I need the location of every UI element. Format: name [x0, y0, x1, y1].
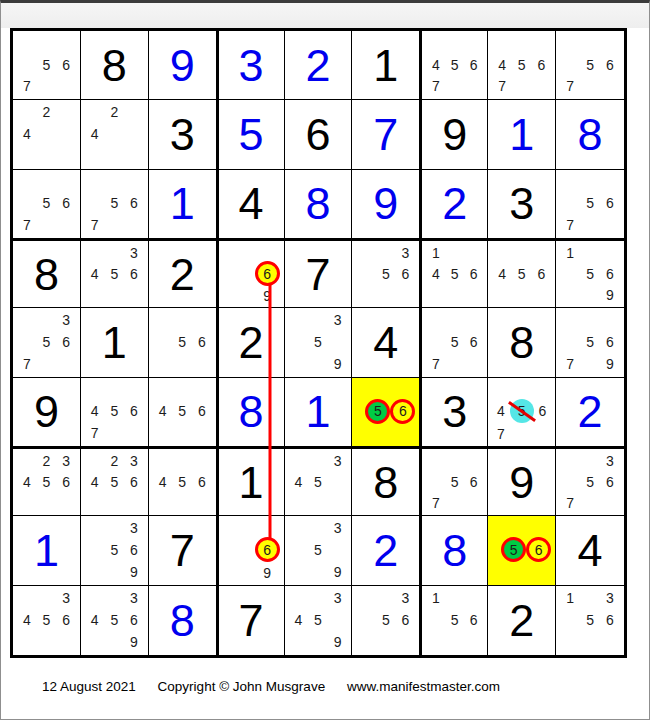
candidate-6[interactable]: 6 [600, 54, 620, 76]
candidate-6[interactable]: 6 [464, 263, 483, 284]
candidate-5[interactable]: 5 [172, 400, 192, 422]
candidate-7[interactable]: 7 [17, 76, 37, 98]
candidate-6[interactable]: 6 [396, 263, 416, 284]
cell-r1c5[interactable]: 2 [285, 31, 353, 100]
given-digit: 8 [13, 241, 80, 307]
given-digit: 9 [422, 100, 487, 168]
candidate-4[interactable]: 4 [289, 471, 309, 492]
cell-r9c1[interactable]: 3456 [13, 586, 81, 655]
candidate-5[interactable]: 5 [580, 263, 600, 284]
cell-r2c3[interactable]: 3 [149, 100, 217, 169]
candidate-grid: 23456 [85, 450, 144, 513]
candidate-6[interactable]: 6 [534, 399, 551, 423]
candidate-6[interactable]: 6 [464, 54, 483, 76]
cell-r5c6[interactable]: 4 [352, 308, 420, 377]
cell-r2c4[interactable]: 5 [217, 100, 285, 169]
cell-r5c3[interactable]: 56 [149, 308, 217, 377]
cell-r5c1[interactable]: 3567 [13, 308, 81, 377]
candidate-5[interactable]: 5 [37, 609, 57, 631]
entered-digit: 2 [556, 378, 624, 446]
cell-r6c9[interactable]: 2 [556, 378, 624, 447]
candidate-6[interactable]: 6 [124, 192, 144, 214]
candidate-5[interactable]: 5 [105, 263, 125, 284]
cell-r4c4[interactable]: 69 [217, 239, 285, 308]
given-digit: 2 [488, 586, 555, 655]
candidate-6[interactable]: 6 [600, 471, 620, 492]
cell-r5c4[interactable]: 2 [217, 308, 285, 377]
candidate-5[interactable]: 5 [580, 54, 600, 76]
candidate-4[interactable]: 4 [426, 263, 445, 284]
entered-digit: 2 [285, 31, 352, 99]
given-digit: 3 [149, 100, 216, 168]
candidate-4[interactable]: 4 [85, 263, 105, 284]
entered-digit: 7 [352, 100, 419, 168]
given-digit: 1 [81, 308, 148, 376]
entered-digit: 8 [285, 170, 352, 238]
candidate-7[interactable]: 7 [560, 492, 580, 513]
candidate-grid: 1356 [560, 587, 620, 653]
candidate-4[interactable]: 4 [153, 471, 173, 492]
candidate-6[interactable]: 6 [192, 471, 212, 492]
candidate-6[interactable]: 6 [531, 263, 551, 284]
cell-r6c7[interactable]: 3 [420, 378, 488, 447]
entered-digit: 1 [149, 170, 216, 238]
candidate-5[interactable]: 5 [580, 471, 600, 492]
candidate-5[interactable]: 5 [580, 609, 600, 631]
candidate-grid: 359 [289, 517, 348, 582]
candidate-6[interactable]: 6 [56, 331, 76, 353]
candidate-grid: 24 [17, 101, 76, 166]
candidate-5[interactable]: 5 [37, 192, 57, 214]
given-digit: 8 [81, 31, 148, 99]
cell-r8c9[interactable]: 4 [556, 516, 624, 585]
candidate-5[interactable]: 5 [580, 192, 600, 214]
cell-r9c3[interactable]: 8 [149, 586, 217, 655]
cell-r9c4[interactable]: 7 [217, 586, 285, 655]
entered-digit: 1 [13, 516, 80, 584]
candidate-4[interactable]: 4 [426, 54, 445, 76]
candidate-5[interactable]: 5 [445, 609, 464, 631]
candidate-3[interactable]: 3 [124, 517, 144, 539]
candidate-2[interactable]: 2 [37, 450, 57, 471]
candidate-grid: 3567 [17, 309, 76, 374]
cell-r1c6[interactable]: 1 [352, 31, 420, 100]
candidate-6[interactable]: 6 [192, 400, 212, 422]
cell-r2c7[interactable]: 9 [420, 100, 488, 169]
candidate-5[interactable]: 5 [512, 263, 532, 284]
candidate-6[interactable]: 6 [124, 539, 144, 561]
candidate-1[interactable]: 1 [426, 242, 445, 263]
chain-line [269, 277, 272, 553]
candidate-grid: 456 [492, 242, 551, 305]
candidate-grid: 345 [289, 450, 348, 513]
cell-r6c3[interactable]: 456 [149, 378, 217, 447]
candidate-6[interactable]: 6 [464, 471, 483, 492]
candidate-7[interactable]: 7 [492, 423, 509, 444]
entered-digit: 5 [219, 100, 284, 168]
cell-r7c9[interactable]: 3567 [556, 447, 624, 516]
candidate-5[interactable]: 5 [308, 471, 328, 492]
cell-r9c7[interactable]: 156 [420, 586, 488, 655]
cell-r3c3[interactable]: 1 [149, 170, 217, 239]
candidate-grid: 567 [560, 171, 620, 236]
cell-r1c9[interactable]: 567 [556, 31, 624, 100]
cell-r8c5[interactable]: 359 [285, 516, 353, 585]
cell-r7c8[interactable]: 9 [488, 447, 556, 516]
candidate-5[interactable]: 5 [105, 192, 125, 214]
candidate-6-open-ring[interactable]: 6 [526, 537, 551, 562]
candidate-grid: 456 [153, 450, 212, 513]
candidate-4[interactable]: 4 [17, 471, 37, 492]
candidate-5-cyan-slash[interactable]: 5 [510, 399, 534, 423]
candidate-9[interactable]: 9 [328, 631, 348, 653]
candidate-5[interactable]: 5 [105, 609, 125, 631]
candidate-grid: 56 [356, 379, 415, 444]
cell-r9c8[interactable]: 2 [488, 586, 556, 655]
candidate-7[interactable]: 7 [85, 214, 105, 236]
given-digit: 9 [488, 449, 555, 515]
given-digit: 8 [488, 308, 555, 376]
sudoku-board[interactable]: 5678932145674567567242435679185675671489… [10, 28, 627, 658]
candidate-grid: 3456 [85, 242, 144, 305]
cell-r4c7[interactable]: 1456 [420, 239, 488, 308]
candidate-5[interactable]: 5 [580, 331, 600, 353]
candidate-4[interactable]: 4 [17, 123, 37, 145]
cell-r8c6[interactable]: 2 [352, 516, 420, 585]
candidate-grid: 567 [426, 309, 483, 374]
candidate-grid: 3567 [560, 450, 620, 513]
candidate-grid: 567 [17, 171, 76, 236]
cell-r6c4[interactable]: 8 [217, 378, 285, 447]
given-digit: 4 [352, 308, 419, 376]
given-digit: 8 [352, 449, 419, 515]
candidate-9[interactable]: 9 [600, 284, 620, 305]
candidate-9[interactable]: 9 [328, 353, 348, 375]
footer-date: 12 August 2021 [42, 679, 136, 694]
candidate-5[interactable]: 5 [37, 331, 57, 353]
cell-r3c1[interactable]: 567 [13, 170, 81, 239]
candidate-grid: 3569 [85, 517, 144, 582]
cell-r3c9[interactable]: 567 [556, 170, 624, 239]
candidate-9[interactable]: 9 [124, 561, 144, 583]
cell-r4c8[interactable]: 456 [488, 239, 556, 308]
given-digit: 1 [352, 31, 419, 99]
candidate-5[interactable]: 5 [308, 331, 328, 353]
candidate-grid: 1456 [426, 242, 483, 305]
footer-copyright: Copyright © John Musgrave [158, 679, 326, 694]
candidate-5-green-ring[interactable]: 5 [501, 537, 526, 562]
candidate-5[interactable]: 5 [105, 471, 125, 492]
entered-digit: 9 [352, 170, 419, 238]
candidate-grid: 34569 [85, 587, 144, 653]
candidate-6[interactable]: 6 [600, 263, 620, 284]
candidate-grid: 356 [356, 587, 415, 653]
candidate-6[interactable]: 6 [56, 609, 76, 631]
given-digit: 4 [556, 516, 624, 584]
cell-r9c9[interactable]: 1356 [556, 586, 624, 655]
entered-digit: 9 [149, 31, 216, 99]
cell-r6c1[interactable]: 9 [13, 378, 81, 447]
candidate-6[interactable]: 6 [192, 331, 212, 353]
entered-digit: 8 [219, 378, 284, 446]
cell-r3c4[interactable]: 4 [217, 170, 285, 239]
candidate-9[interactable]: 9 [124, 631, 144, 653]
footer: 12 August 2021 Copyright © John Musgrave… [42, 679, 500, 694]
candidate-3[interactable]: 3 [328, 517, 348, 539]
entered-digit: 3 [219, 31, 284, 99]
given-digit: 3 [488, 170, 555, 238]
candidate-3[interactable]: 3 [328, 309, 348, 331]
given-digit: 1 [219, 449, 284, 515]
cell-r5c2[interactable]: 1 [81, 308, 149, 377]
candidate-3[interactable]: 3 [56, 587, 76, 609]
candidate-6[interactable]: 6 [124, 400, 144, 422]
entered-digit: 1 [488, 100, 555, 168]
candidate-7[interactable]: 7 [560, 76, 580, 98]
candidate-7[interactable]: 7 [492, 76, 512, 98]
cell-r4c3[interactable]: 2 [149, 239, 217, 308]
candidate-7[interactable]: 7 [85, 422, 105, 444]
candidate-1[interactable]: 1 [426, 587, 445, 609]
cell-r7c1[interactable]: 23456 [13, 447, 81, 516]
cell-r2c5[interactable]: 6 [285, 100, 353, 169]
candidate-grid: 4567 [492, 32, 551, 97]
cell-r7c7[interactable]: 567 [420, 447, 488, 516]
candidate-5[interactable]: 5 [445, 263, 464, 284]
candidate-4[interactable]: 4 [85, 609, 105, 631]
candidate-6[interactable]: 6 [600, 192, 620, 214]
candidate-grid: 359 [289, 309, 348, 374]
cell-r9c6[interactable]: 356 [352, 586, 420, 655]
cell-r2c9[interactable]: 8 [556, 100, 624, 169]
candidate-4[interactable]: 4 [492, 54, 512, 76]
candidate-grid: 567 [426, 450, 483, 513]
candidate-3[interactable]: 3 [124, 587, 144, 609]
candidate-grid: 56 [153, 309, 212, 374]
candidate-6[interactable]: 6 [464, 609, 483, 631]
window-titlebar [1, 3, 649, 28]
candidate-grid: 567 [560, 32, 620, 97]
cell-r4c2[interactable]: 3456 [81, 239, 149, 308]
cell-r2c8[interactable]: 1 [488, 100, 556, 169]
cell-r3c6[interactable]: 9 [352, 170, 420, 239]
given-digit: 6 [285, 100, 352, 168]
candidate-9[interactable]: 9 [255, 562, 280, 582]
candidate-grid: 156 [426, 587, 483, 653]
candidate-3[interactable]: 3 [396, 587, 416, 609]
candidate-grid: 4567 [492, 379, 551, 444]
cell-r4c6[interactable]: 356 [352, 239, 420, 308]
candidate-grid: 3459 [289, 587, 348, 653]
candidate-9[interactable]: 9 [255, 286, 280, 305]
candidate-6[interactable]: 6 [600, 331, 620, 353]
entered-digit: 1 [285, 378, 352, 446]
entered-digit: 8 [556, 100, 624, 168]
candidate-3[interactable]: 3 [600, 587, 620, 609]
cell-r5c9[interactable]: 5679 [556, 308, 624, 377]
candidate-9[interactable]: 9 [600, 353, 620, 375]
cell-r3c5[interactable]: 8 [285, 170, 353, 239]
cell-r7c3[interactable]: 456 [149, 447, 217, 516]
cell-r3c2[interactable]: 567 [81, 170, 149, 239]
candidate-5[interactable]: 5 [105, 539, 125, 561]
candidate-5[interactable]: 5 [308, 609, 328, 631]
cell-r1c1[interactable]: 567 [13, 31, 81, 100]
candidate-grid: 56 [492, 517, 551, 582]
candidate-6-yellow-ring[interactable]: 6 [255, 537, 280, 562]
candidate-4[interactable]: 4 [289, 609, 309, 631]
candidate-7[interactable]: 7 [17, 214, 37, 236]
candidate-1[interactable]: 1 [560, 242, 580, 263]
candidate-6[interactable]: 6 [56, 54, 76, 76]
cell-r8c8[interactable]: 56 [488, 516, 556, 585]
cell-r2c2[interactable]: 24 [81, 100, 149, 169]
candidate-7[interactable]: 7 [560, 353, 580, 375]
candidate-4[interactable]: 4 [85, 123, 105, 145]
candidate-7[interactable]: 7 [426, 492, 445, 513]
candidate-5[interactable]: 5 [376, 609, 396, 631]
cell-r1c2[interactable]: 8 [81, 31, 149, 100]
candidate-7[interactable]: 7 [426, 353, 445, 375]
candidate-6[interactable]: 6 [531, 54, 551, 76]
footer-website[interactable]: www.manifestmaster.com [347, 679, 500, 694]
cell-r1c3[interactable]: 9 [149, 31, 217, 100]
candidate-grid: 4567 [85, 379, 144, 444]
cell-r1c4[interactable]: 3 [217, 31, 285, 100]
cell-r2c6[interactable]: 7 [352, 100, 420, 169]
candidate-5[interactable]: 5 [37, 54, 57, 76]
candidate-5[interactable]: 5 [445, 471, 464, 492]
candidate-grid: 567 [85, 171, 144, 236]
candidate-5[interactable]: 5 [308, 539, 328, 561]
given-digit: 7 [149, 516, 216, 584]
cell-r4c5[interactable]: 7 [285, 239, 353, 308]
candidate-grid: 1569 [560, 242, 620, 305]
candidate-5[interactable]: 5 [172, 471, 192, 492]
cell-r5c8[interactable]: 8 [488, 308, 556, 377]
candidate-4[interactable]: 4 [153, 400, 173, 422]
cell-r9c5[interactable]: 3459 [285, 586, 353, 655]
candidate-6[interactable]: 6 [56, 471, 76, 492]
candidate-3[interactable]: 3 [396, 242, 416, 263]
cell-r7c2[interactable]: 23456 [81, 447, 149, 516]
given-digit: 7 [285, 241, 352, 307]
candidate-6[interactable]: 6 [124, 609, 144, 631]
given-digit: 9 [13, 378, 80, 446]
given-digit: 2 [149, 241, 216, 307]
candidate-4[interactable]: 4 [492, 263, 512, 284]
cell-r8c3[interactable]: 7 [149, 516, 217, 585]
given-digit: 7 [219, 586, 284, 655]
candidate-2[interactable]: 2 [37, 101, 57, 123]
cell-r8c7[interactable]: 8 [420, 516, 488, 585]
candidate-grid: 4567 [426, 32, 483, 97]
candidate-5[interactable]: 5 [37, 471, 57, 492]
candidate-7[interactable]: 7 [560, 214, 580, 236]
candidate-grid: 567 [17, 32, 76, 97]
candidate-4[interactable]: 4 [85, 400, 105, 422]
candidate-6-yellow-ring[interactable]: 6 [255, 261, 280, 286]
entered-digit: 2 [422, 170, 487, 238]
cell-r7c6[interactable]: 8 [352, 447, 420, 516]
candidate-6[interactable]: 6 [396, 609, 416, 631]
candidate-5-green-ring[interactable]: 5 [365, 399, 390, 424]
app-window: 5678932145674567567242435679185675671489… [0, 0, 650, 720]
cell-r2c1[interactable]: 24 [13, 100, 81, 169]
candidate-6[interactable]: 6 [600, 609, 620, 631]
cell-r4c1[interactable]: 8 [13, 239, 81, 308]
candidate-2[interactable]: 2 [105, 101, 125, 123]
candidate-3[interactable]: 3 [328, 450, 348, 471]
candidate-3[interactable]: 3 [56, 450, 76, 471]
cell-r6c5[interactable]: 1 [285, 378, 353, 447]
candidate-5[interactable]: 5 [105, 400, 125, 422]
cell-r8c2[interactable]: 3569 [81, 516, 149, 585]
candidate-3[interactable]: 3 [328, 587, 348, 609]
cell-r5c5[interactable]: 359 [285, 308, 353, 377]
entered-digit: 8 [422, 516, 487, 584]
cell-r7c5[interactable]: 345 [285, 447, 353, 516]
candidate-1[interactable]: 1 [560, 587, 580, 609]
entered-digit: 2 [352, 516, 419, 584]
candidate-grid: 24 [85, 101, 144, 166]
candidate-5[interactable]: 5 [172, 331, 192, 353]
candidate-5[interactable]: 5 [445, 54, 464, 76]
cell-r3c8[interactable]: 3 [488, 170, 556, 239]
candidate-grid: 456 [153, 379, 212, 444]
candidate-6[interactable]: 6 [124, 471, 144, 492]
candidate-4[interactable]: 4 [85, 471, 105, 492]
candidate-3[interactable]: 3 [600, 450, 620, 471]
cell-r7c4[interactable]: 1 [217, 447, 285, 516]
candidate-grid: 356 [356, 242, 415, 305]
cell-r1c7[interactable]: 4567 [420, 31, 488, 100]
candidate-3[interactable]: 3 [124, 450, 144, 471]
cell-r6c2[interactable]: 4567 [81, 378, 149, 447]
candidate-5[interactable]: 5 [512, 54, 532, 76]
candidate-grid: 3456 [17, 587, 76, 653]
cell-r6c6[interactable]: 56 [352, 378, 420, 447]
candidate-grid: 5679 [560, 309, 620, 374]
candidate-6[interactable]: 6 [56, 192, 76, 214]
cell-r1c8[interactable]: 4567 [488, 31, 556, 100]
candidate-6-open-ring[interactable]: 6 [390, 399, 415, 424]
candidate-2[interactable]: 2 [105, 450, 125, 471]
cell-r8c4[interactable]: 69 [217, 516, 285, 585]
candidate-7[interactable]: 7 [426, 76, 445, 98]
candidate-3[interactable]: 3 [124, 242, 144, 263]
candidate-grid: 23456 [17, 450, 76, 513]
candidate-5[interactable]: 5 [445, 331, 464, 353]
cell-r6c8[interactable]: 4567 [488, 378, 556, 447]
candidate-6[interactable]: 6 [124, 263, 144, 284]
candidate-5[interactable]: 5 [376, 263, 396, 284]
cell-r4c9[interactable]: 1569 [556, 239, 624, 308]
cell-r8c1[interactable]: 1 [13, 516, 81, 585]
candidate-3[interactable]: 3 [56, 309, 76, 331]
candidate-7[interactable]: 7 [17, 353, 37, 375]
cell-r3c7[interactable]: 2 [420, 170, 488, 239]
candidate-9[interactable]: 9 [328, 561, 348, 583]
entered-digit: 8 [149, 586, 216, 655]
cell-r9c2[interactable]: 34569 [81, 586, 149, 655]
given-digit: 3 [422, 378, 487, 446]
given-digit: 2 [219, 308, 284, 376]
cell-r5c7[interactable]: 567 [420, 308, 488, 377]
given-digit: 4 [219, 170, 284, 238]
candidate-4[interactable]: 4 [17, 609, 37, 631]
candidate-6[interactable]: 6 [464, 331, 483, 353]
